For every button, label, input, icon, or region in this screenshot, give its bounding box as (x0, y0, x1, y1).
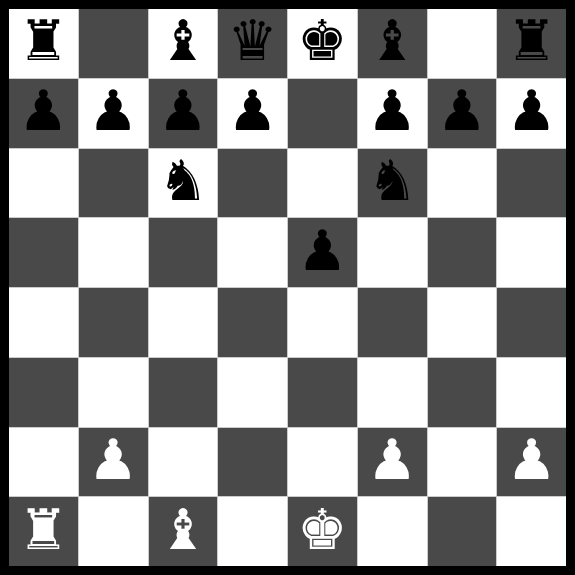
square-g8[interactable] (428, 9, 497, 78)
chess-board: ♜♝♛♚♝♜♟♟♟♟♟♟♟♞♞♟♟♟♟♜♝♚ (0, 0, 575, 575)
square-b4[interactable] (79, 288, 148, 357)
square-b8[interactable] (79, 9, 148, 78)
square-f2[interactable]: ♟ (358, 428, 427, 497)
square-a3[interactable] (9, 358, 78, 427)
piece-white-rook[interactable]: ♜ (18, 502, 68, 558)
square-c1[interactable]: ♝ (149, 497, 218, 566)
square-f1[interactable] (358, 497, 427, 566)
square-a8[interactable]: ♜ (9, 9, 78, 78)
square-e2[interactable] (288, 428, 357, 497)
square-b5[interactable] (79, 218, 148, 287)
square-b2[interactable]: ♟ (79, 428, 148, 497)
piece-black-bishop[interactable]: ♝ (367, 13, 417, 69)
piece-black-rook[interactable]: ♜ (18, 13, 68, 69)
piece-black-knight[interactable]: ♞ (158, 153, 208, 209)
square-f8[interactable]: ♝ (358, 9, 427, 78)
square-h7[interactable]: ♟ (497, 79, 566, 148)
piece-white-pawn[interactable]: ♟ (88, 432, 138, 488)
square-d8[interactable]: ♛ (218, 9, 287, 78)
square-b6[interactable] (79, 149, 148, 218)
piece-black-queen[interactable]: ♛ (228, 13, 278, 69)
square-h8[interactable]: ♜ (497, 9, 566, 78)
piece-black-king[interactable]: ♚ (297, 13, 347, 69)
square-a5[interactable] (9, 218, 78, 287)
square-g2[interactable] (428, 428, 497, 497)
square-c3[interactable] (149, 358, 218, 427)
square-e8[interactable]: ♚ (288, 9, 357, 78)
square-b1[interactable] (79, 497, 148, 566)
square-e7[interactable] (288, 79, 357, 148)
piece-white-pawn[interactable]: ♟ (367, 432, 417, 488)
square-e1[interactable]: ♚ (288, 497, 357, 566)
square-f3[interactable] (358, 358, 427, 427)
square-b3[interactable] (79, 358, 148, 427)
square-a6[interactable] (9, 149, 78, 218)
piece-black-pawn[interactable]: ♟ (88, 83, 138, 139)
square-a7[interactable]: ♟ (9, 79, 78, 148)
square-e3[interactable] (288, 358, 357, 427)
piece-black-knight[interactable]: ♞ (367, 153, 417, 209)
square-e4[interactable] (288, 288, 357, 357)
square-h2[interactable]: ♟ (497, 428, 566, 497)
square-c8[interactable]: ♝ (149, 9, 218, 78)
square-a4[interactable] (9, 288, 78, 357)
square-g7[interactable]: ♟ (428, 79, 497, 148)
piece-black-pawn[interactable]: ♟ (507, 83, 557, 139)
piece-white-bishop[interactable]: ♝ (158, 502, 208, 558)
square-g6[interactable] (428, 149, 497, 218)
square-h4[interactable] (497, 288, 566, 357)
square-d7[interactable]: ♟ (218, 79, 287, 148)
square-c7[interactable]: ♟ (149, 79, 218, 148)
square-c4[interactable] (149, 288, 218, 357)
square-b7[interactable]: ♟ (79, 79, 148, 148)
square-c5[interactable] (149, 218, 218, 287)
square-h5[interactable] (497, 218, 566, 287)
square-d4[interactable] (218, 288, 287, 357)
piece-black-pawn[interactable]: ♟ (228, 83, 278, 139)
square-a2[interactable] (9, 428, 78, 497)
square-a1[interactable]: ♜ (9, 497, 78, 566)
piece-white-king[interactable]: ♚ (297, 502, 347, 558)
square-c6[interactable]: ♞ (149, 149, 218, 218)
square-h3[interactable] (497, 358, 566, 427)
square-f5[interactable] (358, 218, 427, 287)
board-grid: ♜♝♛♚♝♜♟♟♟♟♟♟♟♞♞♟♟♟♟♜♝♚ (9, 9, 566, 566)
piece-black-bishop[interactable]: ♝ (158, 13, 208, 69)
piece-black-rook[interactable]: ♜ (507, 13, 557, 69)
square-g3[interactable] (428, 358, 497, 427)
square-d5[interactable] (218, 218, 287, 287)
piece-white-pawn[interactable]: ♟ (507, 432, 557, 488)
square-h6[interactable] (497, 149, 566, 218)
square-e5[interactable]: ♟ (288, 218, 357, 287)
piece-black-pawn[interactable]: ♟ (18, 83, 68, 139)
square-f6[interactable]: ♞ (358, 149, 427, 218)
square-h1[interactable] (497, 497, 566, 566)
square-e6[interactable] (288, 149, 357, 218)
square-g5[interactable] (428, 218, 497, 287)
square-g4[interactable] (428, 288, 497, 357)
square-d1[interactable] (218, 497, 287, 566)
piece-black-pawn[interactable]: ♟ (297, 223, 347, 279)
piece-black-pawn[interactable]: ♟ (367, 83, 417, 139)
square-f7[interactable]: ♟ (358, 79, 427, 148)
square-d2[interactable] (218, 428, 287, 497)
square-f4[interactable] (358, 288, 427, 357)
piece-black-pawn[interactable]: ♟ (437, 83, 487, 139)
square-d3[interactable] (218, 358, 287, 427)
square-d6[interactable] (218, 149, 287, 218)
piece-black-pawn[interactable]: ♟ (158, 83, 208, 139)
square-c2[interactable] (149, 428, 218, 497)
square-g1[interactable] (428, 497, 497, 566)
